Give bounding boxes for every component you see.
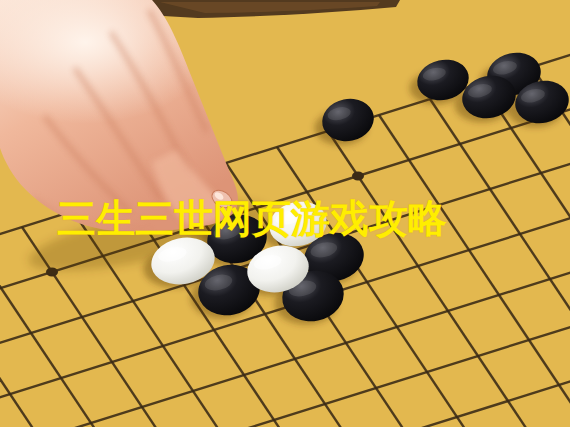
caption-text: 三生三世网页游戏攻略 [57, 192, 447, 246]
star-point [352, 172, 364, 181]
photo-scene: 三生三世网页游戏攻略 [0, 0, 570, 427]
